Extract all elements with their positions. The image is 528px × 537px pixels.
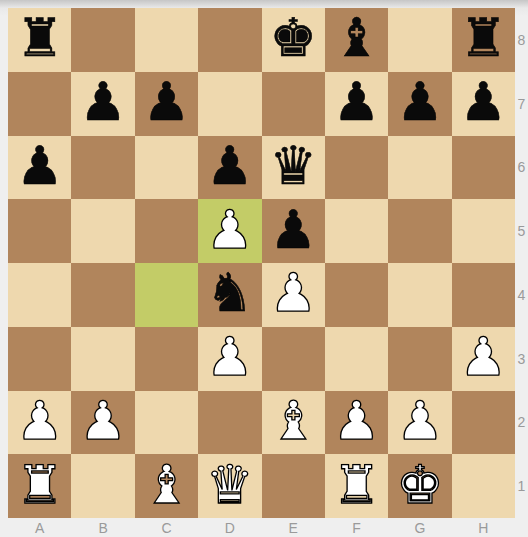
square-b8[interactable] (71, 8, 134, 72)
piece-black-pawn[interactable]: ♟ (16, 139, 64, 192)
piece-white-rook[interactable]: ♜ (16, 458, 64, 511)
square-a4[interactable] (8, 263, 71, 327)
file-label-d: D (198, 518, 261, 537)
square-h7[interactable]: ♟ (452, 72, 515, 136)
piece-white-bishop[interactable]: ♝ (143, 458, 191, 511)
square-c2[interactable] (135, 391, 198, 455)
square-a2[interactable]: ♟ (8, 391, 71, 455)
square-g1[interactable]: ♚ (388, 454, 451, 518)
piece-black-king[interactable]: ♚ (269, 11, 317, 64)
square-f7[interactable]: ♟ (325, 72, 388, 136)
square-g8[interactable] (388, 8, 451, 72)
piece-black-knight[interactable]: ♞ (206, 266, 254, 319)
piece-white-pawn[interactable]: ♟ (333, 394, 381, 447)
rank-label-5: 5 (515, 199, 528, 263)
square-d4[interactable]: ♞ (198, 263, 261, 327)
piece-black-pawn[interactable]: ♟ (206, 139, 254, 192)
square-g2[interactable]: ♟ (388, 391, 451, 455)
square-h6[interactable] (452, 136, 515, 200)
square-c8[interactable] (135, 8, 198, 72)
square-b5[interactable] (71, 199, 134, 263)
rank-label-8: 8 (515, 8, 528, 72)
file-labels: ABCDEFGH (8, 518, 515, 537)
square-d2[interactable] (198, 391, 261, 455)
rank-labels: 87654321 (515, 8, 528, 518)
file-label-f: F (325, 518, 388, 537)
square-e5[interactable]: ♟ (262, 199, 325, 263)
rank-label-6: 6 (515, 136, 528, 200)
piece-black-rook[interactable]: ♜ (16, 11, 64, 64)
square-a8[interactable]: ♜ (8, 8, 71, 72)
piece-black-pawn[interactable]: ♟ (269, 203, 317, 256)
square-f2[interactable]: ♟ (325, 391, 388, 455)
piece-black-queen[interactable]: ♛ (269, 139, 317, 192)
file-label-h: H (452, 518, 515, 537)
square-d6[interactable]: ♟ (198, 136, 261, 200)
square-f3[interactable] (325, 327, 388, 391)
square-e1[interactable] (262, 454, 325, 518)
square-g7[interactable]: ♟ (388, 72, 451, 136)
square-d7[interactable] (198, 72, 261, 136)
piece-black-pawn[interactable]: ♟ (460, 75, 508, 128)
square-e4[interactable]: ♟ (262, 263, 325, 327)
square-c6[interactable] (135, 136, 198, 200)
square-a6[interactable]: ♟ (8, 136, 71, 200)
chess-app-screen: ♜♚♝♜♟♟♟♟♟♟♟♛♟♟♞♟♟♟♟♟♝♟♟♜♝♛♜♚ 87654321 AB… (0, 0, 528, 537)
square-b6[interactable] (71, 136, 134, 200)
square-a1[interactable]: ♜ (8, 454, 71, 518)
file-label-c: C (135, 518, 198, 537)
square-d8[interactable] (198, 8, 261, 72)
square-a7[interactable] (8, 72, 71, 136)
square-b7[interactable]: ♟ (71, 72, 134, 136)
piece-black-pawn[interactable]: ♟ (396, 75, 444, 128)
square-f1[interactable]: ♜ (325, 454, 388, 518)
square-g4[interactable] (388, 263, 451, 327)
piece-white-pawn[interactable]: ♟ (206, 330, 254, 383)
piece-black-bishop[interactable]: ♝ (333, 11, 381, 64)
piece-white-pawn[interactable]: ♟ (79, 394, 127, 447)
piece-white-queen[interactable]: ♛ (206, 458, 254, 511)
board: ♜♚♝♜♟♟♟♟♟♟♟♛♟♟♞♟♟♟♟♟♝♟♟♜♝♛♜♚ (8, 8, 515, 518)
square-f6[interactable] (325, 136, 388, 200)
square-g3[interactable] (388, 327, 451, 391)
square-f4[interactable] (325, 263, 388, 327)
rank-label-7: 7 (515, 72, 528, 136)
piece-white-king[interactable]: ♚ (396, 458, 444, 511)
square-g6[interactable] (388, 136, 451, 200)
piece-black-pawn[interactable]: ♟ (143, 75, 191, 128)
square-b2[interactable]: ♟ (71, 391, 134, 455)
square-a3[interactable] (8, 327, 71, 391)
square-f8[interactable]: ♝ (325, 8, 388, 72)
file-label-e: E (262, 518, 325, 537)
square-d5[interactable]: ♟ (198, 199, 261, 263)
piece-white-pawn[interactable]: ♟ (396, 394, 444, 447)
square-e3[interactable] (262, 327, 325, 391)
square-h3[interactable]: ♟ (452, 327, 515, 391)
square-a5[interactable] (8, 199, 71, 263)
file-label-a: A (8, 518, 71, 537)
square-b3[interactable] (71, 327, 134, 391)
piece-black-pawn[interactable]: ♟ (333, 75, 381, 128)
rank-label-4: 4 (515, 263, 528, 327)
square-e8[interactable]: ♚ (262, 8, 325, 72)
piece-black-rook[interactable]: ♜ (460, 11, 508, 64)
square-h4[interactable] (452, 263, 515, 327)
square-e6[interactable]: ♛ (262, 136, 325, 200)
square-g5[interactable] (388, 199, 451, 263)
square-d1[interactable]: ♛ (198, 454, 261, 518)
square-h8[interactable]: ♜ (452, 8, 515, 72)
piece-white-pawn[interactable]: ♟ (460, 330, 508, 383)
square-c1[interactable]: ♝ (135, 454, 198, 518)
square-h5[interactable] (452, 199, 515, 263)
square-h2[interactable] (452, 391, 515, 455)
square-h1[interactable] (452, 454, 515, 518)
square-b1[interactable] (71, 454, 134, 518)
piece-white-bishop[interactable]: ♝ (269, 394, 317, 447)
piece-white-pawn[interactable]: ♟ (269, 266, 317, 319)
file-label-g: G (388, 518, 451, 537)
file-label-b: B (71, 518, 134, 537)
square-d3[interactable]: ♟ (198, 327, 261, 391)
square-f5[interactable] (325, 199, 388, 263)
square-c3[interactable] (135, 327, 198, 391)
square-c7[interactable]: ♟ (135, 72, 198, 136)
square-b4[interactable] (71, 263, 134, 327)
square-c4[interactable] (135, 263, 198, 327)
square-c5[interactable] (135, 199, 198, 263)
piece-white-pawn[interactable]: ♟ (16, 394, 64, 447)
rank-label-3: 3 (515, 327, 528, 391)
square-e7[interactable] (262, 72, 325, 136)
piece-white-rook[interactable]: ♜ (333, 458, 381, 511)
piece-black-pawn[interactable]: ♟ (79, 75, 127, 128)
piece-white-pawn[interactable]: ♟ (206, 203, 254, 256)
square-e2[interactable]: ♝ (262, 391, 325, 455)
rank-label-2: 2 (515, 391, 528, 455)
rank-label-1: 1 (515, 454, 528, 518)
